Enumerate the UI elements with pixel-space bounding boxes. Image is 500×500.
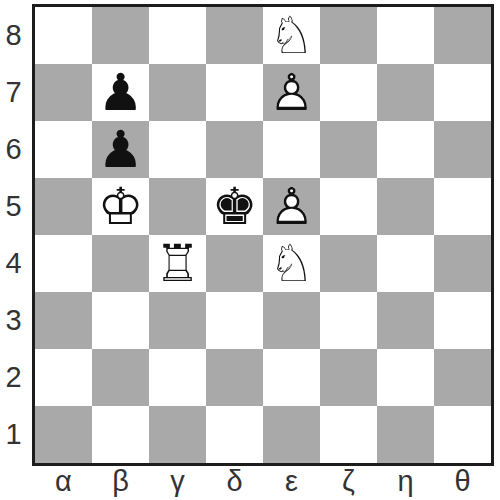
square-b4 bbox=[92, 235, 149, 292]
black-king-d5: ♚ bbox=[206, 178, 263, 235]
square-d2 bbox=[206, 349, 263, 406]
chess-diagram: 87654321 ♞♘♟♟♙♟♚♔♚♟♙♜♖♞♘ αβγδεζηθ bbox=[0, 0, 500, 500]
square-b8 bbox=[92, 7, 149, 64]
square-d5: ♚ bbox=[206, 178, 263, 235]
rank-labels: 87654321 bbox=[0, 7, 27, 463]
square-e4: ♞♘ bbox=[263, 235, 320, 292]
square-d6 bbox=[206, 121, 263, 178]
white-knight-e8: ♞♘ bbox=[263, 7, 320, 64]
square-h2 bbox=[434, 349, 491, 406]
square-d3 bbox=[206, 292, 263, 349]
square-f4 bbox=[320, 235, 377, 292]
black-pawn-b7: ♟ bbox=[92, 64, 149, 121]
square-g7 bbox=[377, 64, 434, 121]
file-label-g: η bbox=[377, 465, 434, 499]
square-b5: ♚♔ bbox=[92, 178, 149, 235]
square-h6 bbox=[434, 121, 491, 178]
file-label-e: ε bbox=[263, 465, 320, 499]
square-h3 bbox=[434, 292, 491, 349]
square-b3 bbox=[92, 292, 149, 349]
white-pawn-e5: ♟♙ bbox=[263, 178, 320, 235]
square-d4 bbox=[206, 235, 263, 292]
square-b7: ♟ bbox=[92, 64, 149, 121]
square-b2 bbox=[92, 349, 149, 406]
square-e6 bbox=[263, 121, 320, 178]
square-c7 bbox=[149, 64, 206, 121]
file-label-c: γ bbox=[149, 465, 206, 499]
square-e8: ♞♘ bbox=[263, 7, 320, 64]
file-label-d: δ bbox=[206, 465, 263, 499]
rank-label-7: 7 bbox=[0, 64, 27, 121]
square-a6 bbox=[35, 121, 92, 178]
square-g1 bbox=[377, 406, 434, 463]
square-e5: ♟♙ bbox=[263, 178, 320, 235]
rank-label-3: 3 bbox=[0, 292, 27, 349]
rank-label-5: 5 bbox=[0, 178, 27, 235]
square-e1 bbox=[263, 406, 320, 463]
square-a7 bbox=[35, 64, 92, 121]
file-label-a: α bbox=[35, 465, 92, 499]
white-pawn-e7: ♟♙ bbox=[263, 64, 320, 121]
white-king-b5: ♚♔ bbox=[92, 178, 149, 235]
square-c6 bbox=[149, 121, 206, 178]
square-h5 bbox=[434, 178, 491, 235]
square-a2 bbox=[35, 349, 92, 406]
square-e7: ♟♙ bbox=[263, 64, 320, 121]
square-a5 bbox=[35, 178, 92, 235]
square-g4 bbox=[377, 235, 434, 292]
square-g6 bbox=[377, 121, 434, 178]
square-b1 bbox=[92, 406, 149, 463]
square-f5 bbox=[320, 178, 377, 235]
square-f2 bbox=[320, 349, 377, 406]
square-e2 bbox=[263, 349, 320, 406]
square-c5 bbox=[149, 178, 206, 235]
square-g5 bbox=[377, 178, 434, 235]
black-pawn-b6: ♟ bbox=[92, 121, 149, 178]
square-e3 bbox=[263, 292, 320, 349]
square-h8 bbox=[434, 7, 491, 64]
square-a8 bbox=[35, 7, 92, 64]
square-b6: ♟ bbox=[92, 121, 149, 178]
square-g8 bbox=[377, 7, 434, 64]
rank-label-8: 8 bbox=[0, 7, 27, 64]
square-c3 bbox=[149, 292, 206, 349]
square-h4 bbox=[434, 235, 491, 292]
square-d7 bbox=[206, 64, 263, 121]
file-label-h: θ bbox=[434, 465, 491, 499]
file-label-b: β bbox=[92, 465, 149, 499]
square-d1 bbox=[206, 406, 263, 463]
file-labels: αβγδεζηθ bbox=[35, 465, 491, 499]
square-c1 bbox=[149, 406, 206, 463]
square-a1 bbox=[35, 406, 92, 463]
rank-label-2: 2 bbox=[0, 349, 27, 406]
white-knight-e4: ♞♘ bbox=[263, 235, 320, 292]
square-h7 bbox=[434, 64, 491, 121]
square-c4: ♜♖ bbox=[149, 235, 206, 292]
square-g3 bbox=[377, 292, 434, 349]
square-f6 bbox=[320, 121, 377, 178]
square-c8 bbox=[149, 7, 206, 64]
rank-label-6: 6 bbox=[0, 121, 27, 178]
square-f8 bbox=[320, 7, 377, 64]
rank-label-4: 4 bbox=[0, 235, 27, 292]
square-g2 bbox=[377, 349, 434, 406]
board: ♞♘♟♟♙♟♚♔♚♟♙♜♖♞♘ bbox=[32, 4, 494, 466]
square-a4 bbox=[35, 235, 92, 292]
square-f7 bbox=[320, 64, 377, 121]
square-d8 bbox=[206, 7, 263, 64]
file-label-f: ζ bbox=[320, 465, 377, 499]
square-c2 bbox=[149, 349, 206, 406]
square-a3 bbox=[35, 292, 92, 349]
square-h1 bbox=[434, 406, 491, 463]
rank-label-1: 1 bbox=[0, 406, 27, 463]
white-rook-c4: ♜♖ bbox=[149, 235, 206, 292]
square-f1 bbox=[320, 406, 377, 463]
square-f3 bbox=[320, 292, 377, 349]
